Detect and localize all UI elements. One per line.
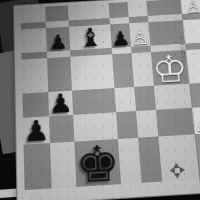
chess-board: ♙♟♝♟♙♔♟♟♙♚ © CHESS	[13, 0, 200, 200]
square-f4[interactable]: ♔	[151, 50, 189, 86]
square-d8[interactable]	[109, 2, 129, 18]
square-e3[interactable]	[134, 86, 156, 111]
compass-cross-logo-icon	[170, 164, 185, 178]
square-b1[interactable]	[50, 141, 77, 188]
square-a8[interactable]	[21, 7, 46, 24]
white-pawn[interactable]: ♙	[184, 0, 200, 15]
square-g8[interactable]: ♙	[180, 0, 200, 14]
square-b3[interactable]: ♟	[48, 91, 73, 116]
square-a6[interactable]	[21, 28, 47, 53]
square-e8[interactable]	[128, 1, 148, 17]
square-e2[interactable]	[136, 110, 158, 138]
board-grid: ♙♟♝♟♙♔♟♟♙♚	[21, 0, 189, 190]
white-pawn[interactable]: ♙	[130, 28, 150, 47]
black-pawn[interactable]: ♟	[48, 33, 68, 53]
square-d2[interactable]	[116, 111, 138, 139]
square-c6[interactable]: ♝	[69, 24, 112, 50]
square-c3[interactable]	[72, 88, 116, 115]
square-g6[interactable]	[182, 19, 200, 44]
white-king[interactable]: ♔	[151, 51, 189, 87]
photo-scene: ♙♟♝♟♙♔♟♟♙♚ © CHESS	[0, 0, 200, 200]
black-pawn[interactable]: ♟	[48, 92, 73, 118]
square-b6[interactable]: ♟	[46, 27, 70, 52]
square-b4[interactable]	[47, 56, 72, 92]
black-king[interactable]: ♚	[75, 140, 122, 188]
black-pawn[interactable]: ♟	[23, 117, 50, 145]
square-d6[interactable]: ♟	[110, 23, 131, 47]
square-c1[interactable]: ♚	[75, 139, 122, 187]
square-d4[interactable]	[112, 53, 134, 89]
square-c4[interactable]	[71, 54, 115, 91]
square-a1[interactable]	[24, 143, 52, 190]
square-a2[interactable]: ♟	[23, 116, 50, 144]
black-bishop[interactable]: ♝	[78, 26, 104, 51]
black-pawn[interactable]: ♟	[111, 29, 131, 48]
square-f2[interactable]	[156, 108, 194, 136]
square-e6[interactable]: ♙	[129, 22, 150, 46]
square-a4[interactable]	[22, 58, 49, 94]
square-d3[interactable]	[115, 87, 136, 112]
square-b8[interactable]	[45, 5, 69, 22]
